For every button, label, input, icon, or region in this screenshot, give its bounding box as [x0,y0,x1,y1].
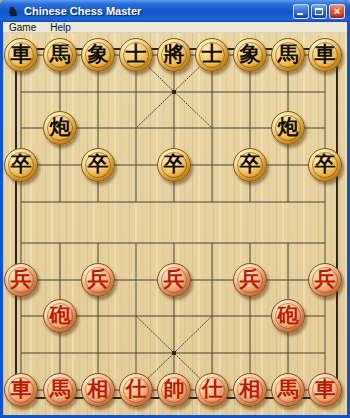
piece-red-soldier[interactable]: 兵 [81,263,115,297]
piece-red-chariot[interactable]: 車 [308,373,342,407]
piece-red-chariot[interactable]: 車 [4,373,38,407]
piece-glyph: 象 [240,44,261,65]
piece-glyph: 車 [11,44,32,65]
piece-red-soldier[interactable]: 兵 [4,263,38,297]
piece-glyph: 將 [164,44,185,65]
piece-red-soldier[interactable]: 兵 [308,263,342,297]
piece-red-elephant[interactable]: 相 [233,373,267,407]
piece-glyph: 車 [315,44,336,65]
piece-glyph: 兵 [315,269,336,290]
piece-red-advisor[interactable]: 仕 [195,373,229,407]
piece-glyph: 馬 [50,44,71,65]
piece-glyph: 相 [88,379,109,400]
piece-glyph: 馬 [278,379,299,400]
piece-glyph: 砲 [50,305,71,326]
piece-black-advisor[interactable]: 士 [195,38,229,72]
piece-black-cannon[interactable]: 炮 [43,111,77,145]
piece-glyph: 帥 [164,379,185,400]
piece-red-horse[interactable]: 馬 [271,373,305,407]
close-icon: × [330,5,344,18]
piece-red-horse[interactable]: 馬 [43,373,77,407]
maximize-button[interactable] [311,4,327,19]
piece-black-horse[interactable]: 馬 [271,38,305,72]
close-button[interactable]: × [329,4,345,19]
window-knight-icon: ♞ [5,3,21,19]
piece-glyph: 卒 [164,154,185,175]
piece-glyph: 象 [88,44,109,65]
menu-help[interactable]: Help [50,22,71,33]
piece-black-elephant[interactable]: 象 [81,38,115,72]
piece-black-chariot[interactable]: 車 [4,38,38,72]
piece-black-soldier[interactable]: 卒 [233,148,267,182]
piece-glyph: 馬 [50,379,71,400]
menu-game[interactable]: Game [9,22,36,33]
piece-glyph: 卒 [11,154,32,175]
piece-glyph: 兵 [240,269,261,290]
piece-black-advisor[interactable]: 士 [119,38,153,72]
piece-glyph: 卒 [240,154,261,175]
piece-black-chariot[interactable]: 車 [308,38,342,72]
piece-glyph: 兵 [88,269,109,290]
piece-glyph: 士 [126,44,147,65]
piece-glyph: 車 [11,379,32,400]
title-bar[interactable]: ♞ Chinese Chess Master × [0,0,350,22]
piece-glyph: 砲 [278,305,299,326]
piece-red-general[interactable]: 帥 [157,373,191,407]
piece-black-horse[interactable]: 馬 [43,38,77,72]
piece-black-general[interactable]: 將 [157,38,191,72]
board[interactable]: 車馬象士將士象馬車炮炮卒卒卒卒卒兵兵兵兵兵砲砲車馬相仕帥仕相馬車 [3,33,347,415]
piece-glyph: 車 [315,379,336,400]
piece-red-soldier[interactable]: 兵 [233,263,267,297]
piece-glyph: 兵 [11,269,32,290]
menu-bar: Game Help [3,22,347,33]
piece-red-cannon[interactable]: 砲 [43,299,77,333]
piece-glyph: 炮 [50,117,71,138]
piece-red-elephant[interactable]: 相 [81,373,115,407]
piece-glyph: 相 [240,379,261,400]
window-title: Chinese Chess Master [24,5,293,17]
piece-glyph: 兵 [164,269,185,290]
piece-glyph: 卒 [88,154,109,175]
minimize-button[interactable] [293,4,309,19]
piece-red-soldier[interactable]: 兵 [157,263,191,297]
piece-black-soldier[interactable]: 卒 [157,148,191,182]
piece-glyph: 炮 [278,117,299,138]
piece-black-soldier[interactable]: 卒 [308,148,342,182]
piece-glyph: 士 [202,44,223,65]
piece-glyph: 仕 [202,379,223,400]
piece-black-elephant[interactable]: 象 [233,38,267,72]
piece-black-soldier[interactable]: 卒 [81,148,115,182]
piece-black-cannon[interactable]: 炮 [271,111,305,145]
app-window: ♞ Chinese Chess Master × Game Help [0,0,350,418]
piece-glyph: 仕 [126,379,147,400]
piece-glyph: 馬 [278,44,299,65]
piece-red-advisor[interactable]: 仕 [119,373,153,407]
piece-glyph: 卒 [315,154,336,175]
piece-red-cannon[interactable]: 砲 [271,299,305,333]
board-grid [3,33,347,415]
piece-black-soldier[interactable]: 卒 [4,148,38,182]
